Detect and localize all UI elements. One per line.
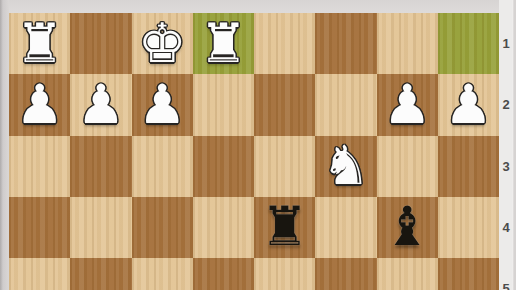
piece-white-pawn-b2[interactable]: ♟ bbox=[377, 74, 438, 135]
square-f2[interactable]: ♟ bbox=[132, 74, 193, 135]
square-c5[interactable] bbox=[315, 258, 376, 290]
square-g1[interactable] bbox=[70, 13, 131, 74]
square-a1[interactable] bbox=[438, 13, 499, 74]
square-a3[interactable] bbox=[438, 136, 499, 197]
page-margin-top bbox=[0, 0, 516, 13]
chess-app-viewport: ♜♚♜♟♟♟♟♟♞♜♝ 12345 bbox=[0, 0, 516, 290]
chess-board: ♜♚♜♟♟♟♟♟♞♜♝ bbox=[9, 13, 499, 290]
piece-black-bishop-b4[interactable]: ♝ bbox=[377, 197, 438, 258]
square-e4[interactable] bbox=[193, 197, 254, 258]
square-d3[interactable] bbox=[254, 136, 315, 197]
piece-white-king-f1[interactable]: ♚ bbox=[132, 13, 193, 74]
piece-white-pawn-h2[interactable]: ♟ bbox=[9, 74, 70, 135]
square-c2[interactable] bbox=[315, 74, 376, 135]
piece-white-knight-c3[interactable]: ♞ bbox=[315, 136, 376, 197]
rank-label-4: 4 bbox=[499, 197, 513, 258]
rank-label-1: 1 bbox=[499, 13, 513, 74]
square-h2[interactable]: ♟ bbox=[9, 74, 70, 135]
square-b1[interactable] bbox=[377, 13, 438, 74]
square-c3[interactable]: ♞ bbox=[315, 136, 376, 197]
rank-label-5: 5 bbox=[499, 258, 513, 290]
piece-black-rook-d4[interactable]: ♜ bbox=[254, 197, 315, 258]
square-d5[interactable] bbox=[254, 258, 315, 290]
square-f4[interactable] bbox=[132, 197, 193, 258]
board-clip: ♜♚♜♟♟♟♟♟♞♜♝ bbox=[9, 13, 499, 290]
square-a4[interactable] bbox=[438, 197, 499, 258]
square-g2[interactable]: ♟ bbox=[70, 74, 131, 135]
square-e3[interactable] bbox=[193, 136, 254, 197]
square-b2[interactable]: ♟ bbox=[377, 74, 438, 135]
square-h4[interactable] bbox=[9, 197, 70, 258]
square-f1[interactable]: ♚ bbox=[132, 13, 193, 74]
square-b3[interactable] bbox=[377, 136, 438, 197]
square-h5[interactable] bbox=[9, 258, 70, 290]
square-c1[interactable] bbox=[315, 13, 376, 74]
piece-white-pawn-f2[interactable]: ♟ bbox=[132, 74, 193, 135]
piece-white-rook-e1[interactable]: ♜ bbox=[193, 13, 254, 74]
square-a2[interactable]: ♟ bbox=[438, 74, 499, 135]
square-g3[interactable] bbox=[70, 136, 131, 197]
square-g4[interactable] bbox=[70, 197, 131, 258]
square-b4[interactable]: ♝ bbox=[377, 197, 438, 258]
rank-label-3: 3 bbox=[499, 136, 513, 197]
rank-label-2: 2 bbox=[499, 74, 513, 135]
square-h3[interactable] bbox=[9, 136, 70, 197]
page-margin-left bbox=[0, 0, 9, 290]
square-h1[interactable]: ♜ bbox=[9, 13, 70, 74]
square-d1[interactable] bbox=[254, 13, 315, 74]
square-f5[interactable] bbox=[132, 258, 193, 290]
square-g5[interactable] bbox=[70, 258, 131, 290]
square-a5[interactable] bbox=[438, 258, 499, 290]
piece-white-rook-h1[interactable]: ♜ bbox=[9, 13, 70, 74]
square-e1[interactable]: ♜ bbox=[193, 13, 254, 74]
square-c4[interactable] bbox=[315, 197, 376, 258]
square-b5[interactable] bbox=[377, 258, 438, 290]
square-f3[interactable] bbox=[132, 136, 193, 197]
piece-white-pawn-g2[interactable]: ♟ bbox=[70, 74, 131, 135]
square-d4[interactable]: ♜ bbox=[254, 197, 315, 258]
square-d2[interactable] bbox=[254, 74, 315, 135]
square-e5[interactable] bbox=[193, 258, 254, 290]
piece-white-pawn-a2[interactable]: ♟ bbox=[438, 74, 499, 135]
square-e2[interactable] bbox=[193, 74, 254, 135]
